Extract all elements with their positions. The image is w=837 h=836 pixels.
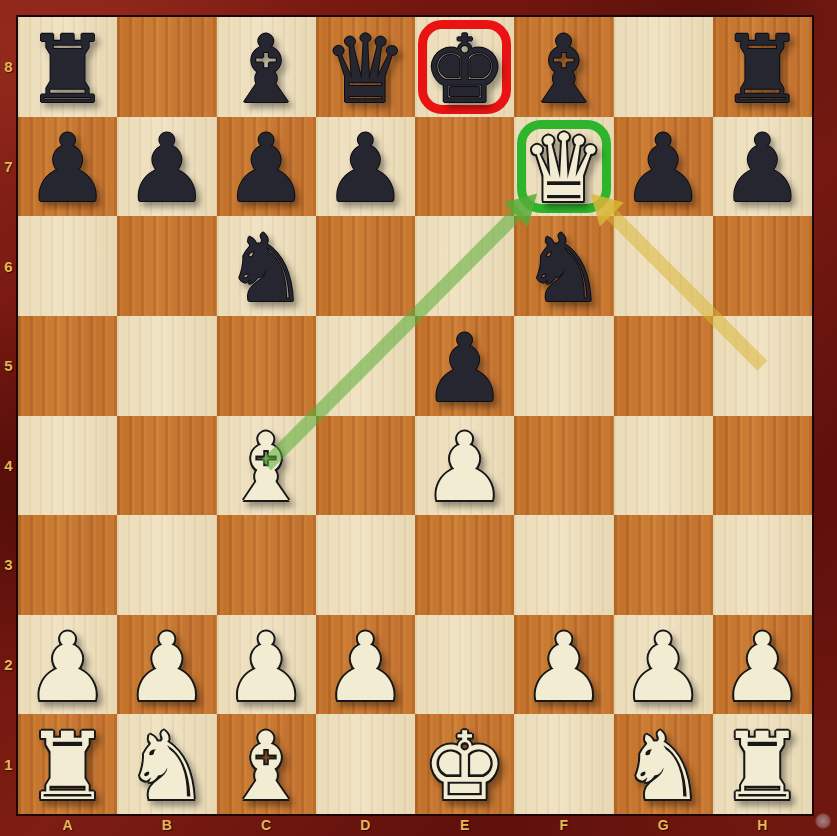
white-bishop-c1[interactable]: ♝: [217, 717, 316, 817]
square-h6[interactable]: [713, 216, 812, 316]
square-g1[interactable]: ♞: [614, 714, 713, 814]
rank-label-5: 5: [0, 316, 17, 416]
square-f4[interactable]: [514, 416, 613, 516]
square-c2[interactable]: ♟: [217, 615, 316, 715]
square-d3[interactable]: [316, 515, 415, 615]
file-label-e: E: [415, 814, 514, 836]
square-f7[interactable]: ♛: [514, 117, 613, 217]
white-rook-a1[interactable]: ♜: [18, 717, 117, 817]
black-knight-f6[interactable]: ♞: [514, 219, 613, 319]
chess-board: ♜♝♛♚♝♜♟♟♟♟♛♟♟♞♞♟♝♟♟♟♟♟♟♟♟♜♞♝♚♞♜: [18, 17, 812, 814]
white-pawn-f2[interactable]: ♟: [514, 618, 613, 718]
black-pawn-b7[interactable]: ♟: [117, 120, 216, 220]
square-d6[interactable]: [316, 216, 415, 316]
square-e6[interactable]: [415, 216, 514, 316]
square-b2[interactable]: ♟: [117, 615, 216, 715]
square-b1[interactable]: ♞: [117, 714, 216, 814]
white-pawn-a2[interactable]: ♟: [18, 618, 117, 718]
square-b5[interactable]: [117, 316, 216, 416]
file-label-c: C: [217, 814, 316, 836]
square-a8[interactable]: ♜: [18, 17, 117, 117]
file-label-a: A: [18, 814, 117, 836]
black-bishop-c8[interactable]: ♝: [217, 20, 316, 120]
square-d2[interactable]: ♟: [316, 615, 415, 715]
square-d5[interactable]: [316, 316, 415, 416]
square-b7[interactable]: ♟: [117, 117, 216, 217]
black-rook-h8[interactable]: ♜: [713, 20, 812, 120]
white-rook-h1[interactable]: ♜: [713, 717, 812, 817]
square-a1[interactable]: ♜: [18, 714, 117, 814]
file-label-f: F: [514, 814, 613, 836]
square-c1[interactable]: ♝: [217, 714, 316, 814]
square-h5[interactable]: [713, 316, 812, 416]
square-h1[interactable]: ♜: [713, 714, 812, 814]
black-pawn-e5[interactable]: ♟: [415, 319, 514, 419]
square-f1[interactable]: [514, 714, 613, 814]
rank-label-6: 6: [0, 216, 17, 316]
rank-label-4: 4: [0, 416, 17, 516]
square-g6[interactable]: [614, 216, 713, 316]
square-f3[interactable]: [514, 515, 613, 615]
white-pawn-g2[interactable]: ♟: [614, 618, 713, 718]
black-bishop-f8[interactable]: ♝: [514, 20, 613, 120]
square-a2[interactable]: ♟: [18, 615, 117, 715]
black-king-e8[interactable]: ♚: [415, 20, 514, 120]
square-g7[interactable]: ♟: [614, 117, 713, 217]
black-pawn-d7[interactable]: ♟: [316, 120, 415, 220]
white-knight-b1[interactable]: ♞: [117, 717, 216, 817]
white-pawn-h2[interactable]: ♟: [713, 618, 812, 718]
square-c5[interactable]: [217, 316, 316, 416]
black-pawn-c7[interactable]: ♟: [217, 120, 316, 220]
square-b8[interactable]: [117, 17, 216, 117]
rank-label-7: 7: [0, 117, 17, 217]
square-e4[interactable]: ♟: [415, 416, 514, 516]
square-e5[interactable]: ♟: [415, 316, 514, 416]
corner-marker-dot: [815, 813, 831, 829]
square-e3[interactable]: [415, 515, 514, 615]
square-h2[interactable]: ♟: [713, 615, 812, 715]
black-knight-c6[interactable]: ♞: [217, 219, 316, 319]
square-a4[interactable]: [18, 416, 117, 516]
square-h4[interactable]: [713, 416, 812, 516]
square-a5[interactable]: [18, 316, 117, 416]
square-h7[interactable]: ♟: [713, 117, 812, 217]
square-c8[interactable]: ♝: [217, 17, 316, 117]
white-pawn-c2[interactable]: ♟: [217, 618, 316, 718]
file-label-d: D: [316, 814, 415, 836]
square-d4[interactable]: [316, 416, 415, 516]
white-pawn-b2[interactable]: ♟: [117, 618, 216, 718]
square-h3[interactable]: [713, 515, 812, 615]
square-g3[interactable]: [614, 515, 713, 615]
square-c4[interactable]: ♝: [217, 416, 316, 516]
square-e1[interactable]: ♚: [415, 714, 514, 814]
white-king-e1[interactable]: ♚: [415, 717, 514, 817]
square-f2[interactable]: ♟: [514, 615, 613, 715]
square-c3[interactable]: [217, 515, 316, 615]
square-e8[interactable]: ♚: [415, 17, 514, 117]
square-g5[interactable]: [614, 316, 713, 416]
square-g2[interactable]: ♟: [614, 615, 713, 715]
rank-label-1: 1: [0, 714, 17, 814]
square-e2[interactable]: [415, 615, 514, 715]
rank-label-8: 8: [0, 17, 17, 117]
rank-label-2: 2: [0, 615, 17, 715]
square-g4[interactable]: [614, 416, 713, 516]
square-f8[interactable]: ♝: [514, 17, 613, 117]
square-h8[interactable]: ♜: [713, 17, 812, 117]
white-bishop-c4[interactable]: ♝: [217, 419, 316, 519]
square-f5[interactable]: [514, 316, 613, 416]
square-a7[interactable]: ♟: [18, 117, 117, 217]
square-c6[interactable]: ♞: [217, 216, 316, 316]
square-b3[interactable]: [117, 515, 216, 615]
white-knight-g1[interactable]: ♞: [614, 717, 713, 817]
black-queen-d8[interactable]: ♛: [316, 20, 415, 120]
square-c7[interactable]: ♟: [217, 117, 316, 217]
square-d7[interactable]: ♟: [316, 117, 415, 217]
square-a3[interactable]: [18, 515, 117, 615]
file-label-b: B: [117, 814, 216, 836]
black-pawn-h7[interactable]: ♟: [713, 120, 812, 220]
square-d8[interactable]: ♛: [316, 17, 415, 117]
black-rook-a8[interactable]: ♜: [18, 20, 117, 120]
black-pawn-g7[interactable]: ♟: [614, 120, 713, 220]
rank-label-3: 3: [0, 515, 17, 615]
white-pawn-d2[interactable]: ♟: [316, 618, 415, 718]
file-label-h: H: [713, 814, 812, 836]
square-e7[interactable]: [415, 117, 514, 217]
square-a6[interactable]: [18, 216, 117, 316]
chess-board-window: ♜♝♛♚♝♜♟♟♟♟♛♟♟♞♞♟♝♟♟♟♟♟♟♟♟♜♞♝♚♞♜ 87654321…: [0, 0, 837, 836]
white-queen-f7[interactable]: ♛: [514, 120, 613, 220]
black-pawn-a7[interactable]: ♟: [18, 120, 117, 220]
square-g8[interactable]: [614, 17, 713, 117]
square-d1[interactable]: [316, 714, 415, 814]
white-pawn-e4[interactable]: ♟: [415, 419, 514, 519]
square-b4[interactable]: [117, 416, 216, 516]
square-f6[interactable]: ♞: [514, 216, 613, 316]
file-label-g: G: [614, 814, 713, 836]
square-b6[interactable]: [117, 216, 216, 316]
